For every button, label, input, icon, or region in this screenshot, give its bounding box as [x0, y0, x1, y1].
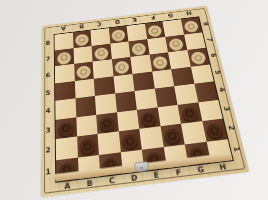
dark-checker-c3[interactable]: ● [96, 112, 118, 134]
rank-label-left-3: 3 [42, 120, 54, 141]
square-e3[interactable]: ● [137, 107, 160, 129]
square-d2[interactable]: ● [118, 129, 141, 152]
dark-checker-e3[interactable]: ● [137, 107, 160, 129]
rank-labels-left: 87654321 [42, 35, 54, 183]
dark-checker-h2[interactable]: ● [202, 119, 228, 142]
rank-label-left-8: 8 [43, 35, 53, 52]
square-c3[interactable]: ● [96, 112, 118, 134]
dark-checker-d2[interactable]: ● [118, 129, 141, 152]
square-a3[interactable]: ● [56, 117, 77, 139]
rank-label-left-7: 7 [43, 50, 54, 67]
rank-label-left-1: 1 [42, 160, 54, 183]
rank-label-left-2: 2 [42, 139, 54, 161]
square-b2[interactable]: ● [77, 134, 99, 157]
dark-checker-b2[interactable]: ● [77, 134, 99, 157]
dark-checker-a3[interactable]: ● [56, 117, 77, 139]
rank-label-left-6: 6 [42, 66, 53, 84]
product-photo: ●●●●●●●●●●●●●●●●●●●●●●●● ABCDEFGH ABCDEF… [0, 0, 268, 200]
board-scene: ●●●●●●●●●●●●●●●●●●●●●●●● ABCDEFGH ABCDEF… [42, 6, 227, 191]
rank-label-left-4: 4 [42, 101, 53, 121]
square-h2[interactable]: ● [202, 119, 228, 142]
rank-label-left-5: 5 [42, 83, 53, 102]
